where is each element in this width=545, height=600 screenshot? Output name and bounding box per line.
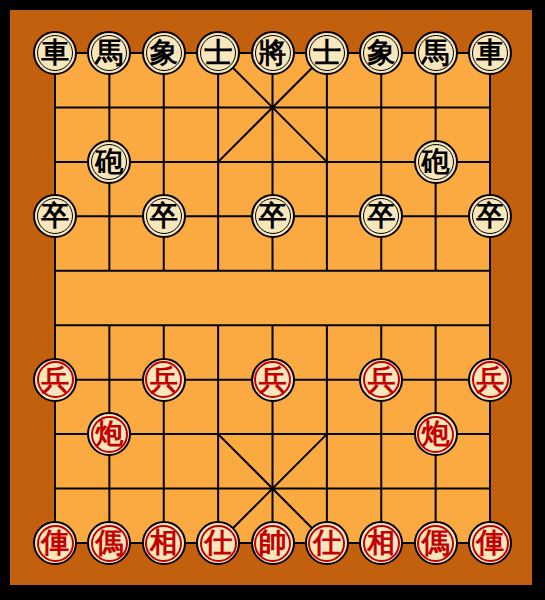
piece-black-chariot[interactable]: 車 — [33, 31, 77, 75]
piece-red-elephant[interactable]: 相 — [142, 521, 186, 565]
piece-glyph: 俥 — [476, 529, 504, 557]
piece-glyph: 象 — [367, 39, 395, 67]
piece-black-horse[interactable]: 馬 — [414, 31, 458, 75]
piece-glyph: 兵 — [259, 366, 287, 394]
piece-glyph: 士 — [313, 39, 341, 67]
piece-glyph: 卒 — [476, 202, 504, 230]
piece-glyph: 將 — [259, 39, 287, 67]
board-grid — [53, 51, 492, 545]
piece-glyph: 砲 — [422, 148, 450, 176]
piece-red-chariot[interactable]: 俥 — [33, 521, 77, 565]
piece-red-advisor[interactable]: 仕 — [305, 521, 349, 565]
piece-red-cannon[interactable]: 炮 — [414, 412, 458, 456]
piece-glyph: 卒 — [259, 202, 287, 230]
piece-glyph: 仕 — [204, 529, 232, 557]
piece-red-soldier[interactable]: 兵 — [468, 358, 512, 402]
piece-red-general[interactable]: 帥 — [251, 521, 295, 565]
piece-black-soldier[interactable]: 卒 — [33, 194, 77, 238]
piece-glyph: 馬 — [422, 39, 450, 67]
piece-black-cannon[interactable]: 砲 — [414, 140, 458, 184]
piece-black-general[interactable]: 將 — [251, 31, 295, 75]
piece-black-advisor[interactable]: 士 — [305, 31, 349, 75]
board-frame: 車馬象士將士象馬車砲砲卒卒卒卒卒兵兵兵兵兵炮炮俥傌相仕帥仕相傌俥 — [0, 0, 545, 600]
piece-red-advisor[interactable]: 仕 — [196, 521, 240, 565]
piece-glyph: 俥 — [41, 529, 69, 557]
piece-glyph: 傌 — [95, 529, 123, 557]
piece-black-advisor[interactable]: 士 — [196, 31, 240, 75]
piece-glyph: 車 — [476, 39, 504, 67]
piece-glyph: 兵 — [41, 366, 69, 394]
piece-red-chariot[interactable]: 俥 — [468, 521, 512, 565]
piece-glyph: 炮 — [422, 420, 450, 448]
piece-red-soldier[interactable]: 兵 — [251, 358, 295, 402]
piece-red-soldier[interactable]: 兵 — [359, 358, 403, 402]
xiangqi-board: 車馬象士將士象馬車砲砲卒卒卒卒卒兵兵兵兵兵炮炮俥傌相仕帥仕相傌俥 — [55, 53, 490, 543]
piece-red-soldier[interactable]: 兵 — [33, 358, 77, 402]
piece-glyph: 士 — [204, 39, 232, 67]
piece-black-soldier[interactable]: 卒 — [142, 194, 186, 238]
piece-glyph: 相 — [367, 529, 395, 557]
piece-glyph: 馬 — [95, 39, 123, 67]
piece-glyph: 卒 — [367, 202, 395, 230]
piece-black-chariot[interactable]: 車 — [468, 31, 512, 75]
piece-black-elephant[interactable]: 象 — [142, 31, 186, 75]
piece-black-soldier[interactable]: 卒 — [251, 194, 295, 238]
piece-red-horse[interactable]: 傌 — [414, 521, 458, 565]
piece-black-cannon[interactable]: 砲 — [87, 140, 131, 184]
piece-glyph: 帥 — [259, 529, 287, 557]
piece-glyph: 砲 — [95, 148, 123, 176]
piece-glyph: 兵 — [476, 366, 504, 394]
piece-glyph: 傌 — [422, 529, 450, 557]
piece-glyph: 卒 — [150, 202, 178, 230]
piece-glyph: 兵 — [367, 366, 395, 394]
piece-black-elephant[interactable]: 象 — [359, 31, 403, 75]
piece-glyph: 兵 — [150, 366, 178, 394]
piece-glyph: 仕 — [313, 529, 341, 557]
piece-glyph: 相 — [150, 529, 178, 557]
piece-red-elephant[interactable]: 相 — [359, 521, 403, 565]
piece-black-soldier[interactable]: 卒 — [468, 194, 512, 238]
piece-red-soldier[interactable]: 兵 — [142, 358, 186, 402]
piece-glyph: 炮 — [95, 420, 123, 448]
piece-glyph: 卒 — [41, 202, 69, 230]
piece-glyph: 象 — [150, 39, 178, 67]
piece-glyph: 車 — [41, 39, 69, 67]
